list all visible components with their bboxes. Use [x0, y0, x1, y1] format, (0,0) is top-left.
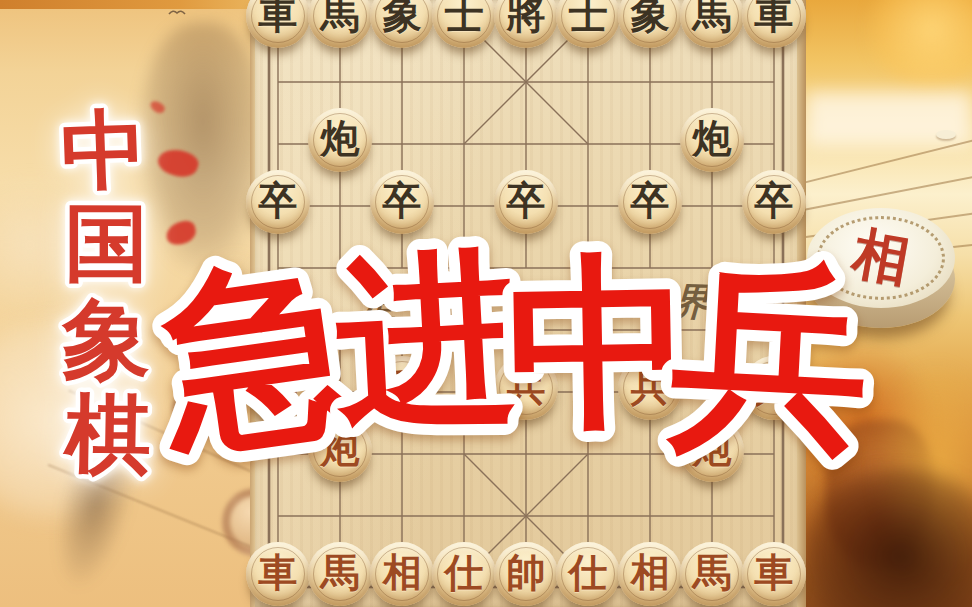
piece-black-bp[interactable]: 卒: [370, 170, 434, 234]
piece-red-rp[interactable]: 兵: [494, 356, 558, 420]
piece-glyph: 象: [383, 0, 422, 34]
piece-glyph: 卒: [631, 181, 670, 220]
piece-glyph: 卒: [259, 181, 298, 220]
background-elephant-piece: 相: [807, 208, 955, 330]
piece-red-ra[interactable]: 仕: [556, 542, 620, 606]
piece-glyph: 士: [445, 0, 484, 34]
piece-red-rr[interactable]: 車: [742, 542, 806, 606]
bokeh-highlight-2: [0, 170, 95, 320]
river-text-chu-he: 楚河: [357, 274, 467, 329]
piece-glyph: 卒: [755, 181, 794, 220]
top-orange-strip: [0, 0, 256, 9]
piece-black-bc[interactable]: 炮: [680, 108, 744, 172]
piece-glyph: 車: [259, 553, 298, 592]
fiery-texture: [806, 330, 972, 607]
piece-glyph: 兵: [507, 367, 546, 406]
piece-red-rp[interactable]: 兵: [742, 356, 806, 420]
blurred-piece-ring: [172, 382, 244, 438]
piece-glyph: 卒: [383, 181, 422, 220]
piece-glyph: 炮: [321, 429, 360, 468]
piece-red-ra[interactable]: 仕: [432, 542, 496, 606]
piece-glyph: 仕: [569, 553, 608, 592]
piece-black-bc[interactable]: 炮: [308, 108, 372, 172]
background-right-panel: 相: [806, 0, 972, 607]
piece-glyph: 車: [755, 553, 794, 592]
piece-glyph: 兵: [631, 367, 670, 406]
piece-red-rk[interactable]: 帥: [494, 542, 558, 606]
piece-black-bp[interactable]: 卒: [742, 170, 806, 234]
piece-glyph: 士: [569, 0, 608, 34]
piece-glyph: 相: [631, 553, 670, 592]
piece-red-rb[interactable]: 相: [618, 542, 682, 606]
piece-glyph: 象: [631, 0, 670, 34]
piece-glyph: 兵: [755, 367, 794, 406]
piece-glyph: 炮: [693, 119, 732, 158]
piece-glyph: 帥: [507, 553, 546, 592]
background-left-panel: [0, 0, 256, 607]
piece-glyph: 炮: [693, 429, 732, 468]
piece-red-rp[interactable]: 兵: [370, 356, 434, 420]
river-text-han-jie: 汉界: [617, 274, 727, 329]
piece-red-rb[interactable]: 相: [370, 542, 434, 606]
distant-piece: [936, 130, 956, 139]
piece-glyph: 車: [755, 0, 794, 34]
piece-glyph: 車: [259, 0, 298, 34]
sun-glow: [862, 0, 972, 90]
piece-red-rc[interactable]: 炮: [680, 418, 744, 482]
piece-glyph: 馬: [693, 553, 732, 592]
bird-icon: [168, 8, 186, 16]
piece-glyph: 卒: [507, 181, 546, 220]
piece-black-bp[interactable]: 卒: [246, 170, 310, 234]
piece-red-rp[interactable]: 兵: [246, 356, 310, 420]
piece-glyph: 馬: [321, 0, 360, 34]
piece-glyph: 馬: [693, 0, 732, 34]
piece-black-bp[interactable]: 卒: [618, 170, 682, 234]
xiangqi-board[interactable]: 楚河 汉界 車馬象士將士象馬車炮炮卒卒卒卒卒兵兵兵兵兵炮炮車馬相仕帥仕相馬車: [250, 0, 806, 607]
piece-red-rc[interactable]: 炮: [308, 418, 372, 482]
piece-glyph: 將: [507, 0, 546, 34]
piece-black-bp[interactable]: 卒: [494, 170, 558, 234]
piece-glyph: 兵: [383, 367, 422, 406]
piece-red-rp[interactable]: 兵: [618, 356, 682, 420]
ink-tree-blot: [138, 22, 268, 272]
piece-glyph: 炮: [321, 119, 360, 158]
piece-glyph: 仕: [445, 553, 484, 592]
piece-red-rr[interactable]: 車: [246, 542, 310, 606]
piece-red-rn[interactable]: 馬: [308, 542, 372, 606]
piece-top-face: 相: [807, 208, 955, 308]
piece-glyph: 馬: [321, 553, 360, 592]
piece-red-rn[interactable]: 馬: [680, 542, 744, 606]
piece-glyph: 相: [383, 553, 422, 592]
piece-glyph: 兵: [259, 367, 298, 406]
thumbnail-stage: 相: [0, 0, 972, 607]
